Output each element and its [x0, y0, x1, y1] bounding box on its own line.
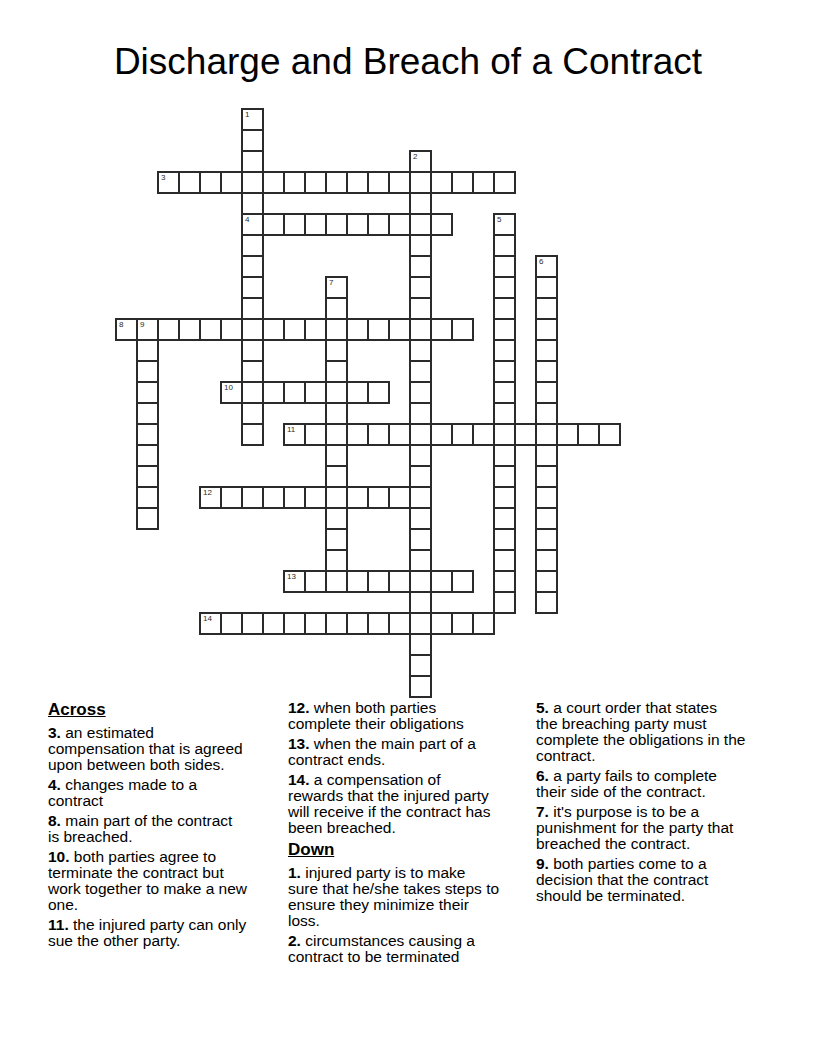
- grid-cell[interactable]: [493, 234, 516, 257]
- grid-cell[interactable]: [493, 465, 516, 488]
- clues-column-down: 5. a court order that states the breachi…: [536, 700, 782, 908]
- grid-cell[interactable]: [535, 360, 558, 383]
- cell-number: 11: [287, 425, 295, 434]
- grid-cell[interactable]: [325, 381, 348, 404]
- grid-cell[interactable]: [283, 612, 306, 635]
- clue-5: 5. a court order that states the breachi…: [536, 700, 782, 764]
- grid-cell[interactable]: [325, 549, 348, 572]
- grid-cell[interactable]: [493, 255, 516, 278]
- grid-cell[interactable]: [451, 612, 474, 635]
- grid-cell[interactable]: [136, 486, 159, 509]
- grid-cell[interactable]: [325, 486, 348, 509]
- grid-cell[interactable]: [577, 423, 600, 446]
- grid-cell[interactable]: [430, 423, 453, 446]
- grid-cell[interactable]: [346, 171, 369, 194]
- clues-heading-across: Across: [48, 700, 282, 719]
- cell-number: 9: [140, 320, 144, 329]
- grid-cell[interactable]: [409, 339, 432, 362]
- grid-cell[interactable]: [304, 171, 327, 194]
- grid-cell[interactable]: [535, 486, 558, 509]
- grid-cell[interactable]: [304, 423, 327, 446]
- grid-cell[interactable]: [136, 381, 159, 404]
- clue-7: 7. it's purpose is to be a punishment fo…: [536, 804, 782, 852]
- clue-number-label: 2.: [288, 932, 301, 949]
- grid-cell[interactable]: [136, 507, 159, 530]
- grid-cell[interactable]: [409, 213, 432, 236]
- grid-cell[interactable]: [493, 507, 516, 530]
- grid-cell[interactable]: [136, 465, 159, 488]
- clue-10: 10. both parties agree to terminate the …: [48, 849, 282, 913]
- grid-cell[interactable]: [325, 360, 348, 383]
- cell-number: 1: [245, 110, 249, 119]
- cell-number: 3: [161, 173, 165, 182]
- grid-cell[interactable]: [136, 402, 159, 425]
- grid-cell[interactable]: [409, 633, 432, 656]
- grid-cell[interactable]: [283, 381, 306, 404]
- grid-cell[interactable]: [409, 171, 432, 194]
- grid-cell[interactable]: [283, 171, 306, 194]
- grid-cell[interactable]: [493, 297, 516, 320]
- clue-number-label: 10.: [48, 848, 70, 865]
- grid-cell[interactable]: [346, 423, 369, 446]
- grid-cell[interactable]: 14: [199, 612, 222, 635]
- grid-cell[interactable]: [493, 318, 516, 341]
- grid-cell[interactable]: [409, 570, 432, 593]
- grid-cell[interactable]: [241, 255, 264, 278]
- grid-cell[interactable]: [430, 318, 453, 341]
- grid-cell[interactable]: [346, 612, 369, 635]
- grid-cell[interactable]: [241, 486, 264, 509]
- grid-cell[interactable]: [199, 318, 222, 341]
- grid-cell[interactable]: [367, 381, 390, 404]
- cell-number: 4: [245, 215, 249, 224]
- grid-cell[interactable]: [451, 423, 474, 446]
- grid-cell[interactable]: [535, 570, 558, 593]
- grid-cell[interactable]: [493, 339, 516, 362]
- grid-cell[interactable]: [388, 171, 411, 194]
- clues-heading-down: Down: [288, 840, 534, 859]
- grid-cell[interactable]: [535, 591, 558, 614]
- grid-cell[interactable]: [262, 213, 285, 236]
- grid-cell[interactable]: [388, 570, 411, 593]
- grid-cell[interactable]: [535, 381, 558, 404]
- grid-cell[interactable]: [493, 444, 516, 467]
- clue-number-label: 13.: [288, 735, 310, 752]
- grid-cell[interactable]: [409, 486, 432, 509]
- grid-cell[interactable]: [535, 402, 558, 425]
- grid-cell[interactable]: [409, 192, 432, 215]
- grid-cell[interactable]: [409, 612, 432, 635]
- clue-number-label: 1.: [288, 864, 301, 881]
- crossword-grid: 1234567891011121314: [115, 108, 622, 699]
- grid-cell[interactable]: [304, 486, 327, 509]
- puzzle-title: Discharge and Breach of a Contract: [0, 41, 816, 83]
- cell-number: 10: [224, 383, 233, 392]
- grid-cell[interactable]: [241, 192, 264, 215]
- grid-cell[interactable]: [367, 171, 390, 194]
- grid-cell[interactable]: [304, 612, 327, 635]
- grid-cell[interactable]: [220, 171, 243, 194]
- clue-number-label: 11.: [48, 916, 69, 933]
- grid-cell[interactable]: [409, 276, 432, 299]
- grid-cell[interactable]: [535, 444, 558, 467]
- grid-cell[interactable]: [262, 318, 285, 341]
- clue-number-label: 4.: [48, 776, 61, 793]
- grid-cell[interactable]: [409, 360, 432, 383]
- grid-cell[interactable]: [535, 528, 558, 551]
- clue-12: 12. when both parties complete their obl…: [288, 700, 534, 732]
- cell-number: 8: [119, 320, 123, 329]
- grid-cell[interactable]: [283, 318, 306, 341]
- cell-number: 13: [287, 572, 296, 581]
- clue-number-label: 14.: [288, 771, 310, 788]
- grid-cell[interactable]: [409, 675, 432, 698]
- grid-cell[interactable]: [325, 318, 348, 341]
- grid-cell[interactable]: 3: [157, 171, 180, 194]
- grid-cell[interactable]: [409, 444, 432, 467]
- clue-number-label: 8.: [48, 812, 61, 829]
- grid-cell[interactable]: 12: [199, 486, 222, 509]
- grid-cell[interactable]: [409, 234, 432, 257]
- clue-2: 2. circumstances causing a contract to b…: [288, 933, 534, 965]
- grid-cell[interactable]: [388, 486, 411, 509]
- clue-11: 11. the injured party can only sue the o…: [48, 917, 282, 949]
- clue-13: 13. when the main part of a contract end…: [288, 736, 534, 768]
- clue-6: 6. a party fails to complete their side …: [536, 768, 782, 800]
- grid-cell[interactable]: [346, 213, 369, 236]
- grid-cell[interactable]: [283, 486, 306, 509]
- grid-cell[interactable]: 11: [283, 423, 306, 446]
- cell-number: 5: [497, 215, 501, 224]
- grid-cell[interactable]: [136, 339, 159, 362]
- grid-cell[interactable]: [493, 171, 516, 194]
- grid-cell[interactable]: [178, 171, 201, 194]
- grid-cell[interactable]: [409, 381, 432, 404]
- clue-number-label: 12.: [288, 699, 310, 716]
- cell-number: 12: [203, 488, 212, 497]
- grid-cell[interactable]: 5: [493, 213, 516, 236]
- grid-cell[interactable]: 10: [220, 381, 243, 404]
- grid-cell[interactable]: [325, 402, 348, 425]
- grid-cell[interactable]: 9: [136, 318, 159, 341]
- grid-cell[interactable]: [262, 486, 285, 509]
- grid-cell[interactable]: [409, 591, 432, 614]
- grid-cell[interactable]: [325, 528, 348, 551]
- grid-cell[interactable]: [409, 654, 432, 677]
- grid-cell[interactable]: [493, 381, 516, 404]
- clue-14: 14. a compensation of rewards that the i…: [288, 772, 534, 836]
- grid-cell[interactable]: [325, 339, 348, 362]
- grid-cell[interactable]: [409, 255, 432, 278]
- grid-cell[interactable]: [241, 150, 264, 173]
- grid-cell[interactable]: [409, 297, 432, 320]
- grid-cell[interactable]: [241, 402, 264, 425]
- grid-cell[interactable]: [409, 549, 432, 572]
- grid-cell[interactable]: [304, 381, 327, 404]
- grid-cell[interactable]: [325, 570, 348, 593]
- grid-cell[interactable]: [367, 612, 390, 635]
- grid-cell[interactable]: [388, 318, 411, 341]
- grid-cell[interactable]: [493, 486, 516, 509]
- clue-number-label: 7.: [536, 803, 549, 820]
- grid-cell[interactable]: [388, 213, 411, 236]
- clue-4: 4. changes made to a contract: [48, 777, 282, 809]
- clue-8: 8. main part of the contract is breached…: [48, 813, 282, 845]
- grid-cell[interactable]: 4: [241, 213, 264, 236]
- grid-cell[interactable]: [241, 276, 264, 299]
- grid-cell[interactable]: 1: [241, 108, 264, 131]
- grid-cell[interactable]: [325, 612, 348, 635]
- grid-cell[interactable]: [241, 360, 264, 383]
- grid-cell[interactable]: [325, 465, 348, 488]
- grid-cell[interactable]: [409, 528, 432, 551]
- grid-cell[interactable]: [241, 339, 264, 362]
- grid-cell[interactable]: [409, 423, 432, 446]
- grid-cell[interactable]: [304, 570, 327, 593]
- grid-cell[interactable]: [451, 171, 474, 194]
- cell-number: 14: [203, 614, 212, 623]
- grid-cell[interactable]: [409, 465, 432, 488]
- grid-cell[interactable]: [241, 381, 264, 404]
- grid-cell[interactable]: [493, 402, 516, 425]
- grid-cell[interactable]: [409, 402, 432, 425]
- grid-cell[interactable]: [346, 318, 369, 341]
- clue-number-label: 3.: [48, 724, 61, 741]
- grid-cell[interactable]: [388, 423, 411, 446]
- grid-cell[interactable]: [535, 297, 558, 320]
- grid-cell[interactable]: [262, 381, 285, 404]
- grid-cell[interactable]: [241, 234, 264, 257]
- grid-cell[interactable]: [325, 444, 348, 467]
- grid-cell[interactable]: [430, 213, 453, 236]
- grid-cell[interactable]: [493, 570, 516, 593]
- grid-cell[interactable]: [241, 612, 264, 635]
- cell-number: 6: [539, 257, 543, 266]
- grid-cell[interactable]: [325, 507, 348, 530]
- clues-column-across: Across3. an estimated compensation that …: [48, 700, 282, 953]
- grid-cell[interactable]: [241, 318, 264, 341]
- grid-cell[interactable]: [430, 612, 453, 635]
- grid-cell[interactable]: [493, 549, 516, 572]
- grid-cell[interactable]: [241, 129, 264, 152]
- grid-cell[interactable]: [472, 612, 495, 635]
- grid-cell[interactable]: [493, 276, 516, 299]
- grid-cell[interactable]: [367, 318, 390, 341]
- grid-cell[interactable]: [409, 507, 432, 530]
- grid-cell[interactable]: [535, 276, 558, 299]
- grid-cell[interactable]: [199, 171, 222, 194]
- grid-cell[interactable]: [388, 612, 411, 635]
- grid-cell[interactable]: [535, 507, 558, 530]
- grid-cell[interactable]: [220, 318, 243, 341]
- grid-cell[interactable]: [514, 423, 537, 446]
- grid-cell[interactable]: [367, 570, 390, 593]
- grid-cell[interactable]: [136, 444, 159, 467]
- grid-cell[interactable]: [493, 423, 516, 446]
- grid-cell[interactable]: [367, 423, 390, 446]
- grid-cell[interactable]: [304, 318, 327, 341]
- grid-cell[interactable]: 13: [283, 570, 306, 593]
- grid-cell[interactable]: [157, 318, 180, 341]
- grid-cell[interactable]: [535, 423, 558, 446]
- cell-number: 2: [413, 152, 417, 161]
- clue-9: 9. both parties come to a decision that …: [536, 856, 782, 904]
- grid-cell[interactable]: [136, 360, 159, 383]
- clues-column-middle: 12. when both parties complete their obl…: [288, 700, 534, 969]
- grid-cell[interactable]: [262, 612, 285, 635]
- grid-cell[interactable]: [367, 213, 390, 236]
- grid-cell[interactable]: [220, 612, 243, 635]
- grid-cell[interactable]: [493, 591, 516, 614]
- grid-cell[interactable]: [346, 486, 369, 509]
- clue-3: 3. an estimated compensation that is agr…: [48, 725, 282, 773]
- grid-cell[interactable]: [535, 339, 558, 362]
- grid-cell[interactable]: [535, 465, 558, 488]
- grid-cell[interactable]: [346, 381, 369, 404]
- grid-cell[interactable]: [535, 549, 558, 572]
- grid-cell[interactable]: [535, 318, 558, 341]
- grid-cell[interactable]: [598, 423, 621, 446]
- grid-cell[interactable]: [220, 486, 243, 509]
- grid-cell[interactable]: [262, 171, 285, 194]
- grid-cell[interactable]: [283, 213, 306, 236]
- grid-cell[interactable]: 7: [325, 276, 348, 299]
- grid-cell[interactable]: [241, 171, 264, 194]
- grid-cell[interactable]: [493, 528, 516, 551]
- grid-cell[interactable]: [325, 423, 348, 446]
- grid-cell[interactable]: [451, 318, 474, 341]
- grid-cell[interactable]: [325, 171, 348, 194]
- grid-cell[interactable]: [409, 318, 432, 341]
- grid-cell[interactable]: [304, 213, 327, 236]
- cell-number: 7: [329, 278, 333, 287]
- grid-cell[interactable]: 2: [409, 150, 432, 173]
- grid-cell[interactable]: [472, 171, 495, 194]
- grid-cell[interactable]: [493, 360, 516, 383]
- grid-cell[interactable]: [325, 297, 348, 320]
- clue-number-label: 5.: [536, 699, 549, 716]
- grid-cell[interactable]: [451, 570, 474, 593]
- grid-cell[interactable]: [367, 486, 390, 509]
- grid-cell[interactable]: [325, 213, 348, 236]
- clue-number-label: 9.: [536, 855, 549, 872]
- page: { "game": "crossword", "title": "Dischar…: [0, 0, 816, 1056]
- grid-cell[interactable]: [346, 570, 369, 593]
- grid-cell[interactable]: 8: [115, 318, 138, 341]
- grid-cell[interactable]: [556, 423, 579, 446]
- clue-number-label: 6.: [536, 767, 549, 784]
- grid-cell[interactable]: 6: [535, 255, 558, 278]
- grid-cell[interactable]: [178, 318, 201, 341]
- grid-cell[interactable]: [241, 297, 264, 320]
- grid-cell[interactable]: [241, 423, 264, 446]
- grid-cell[interactable]: [472, 423, 495, 446]
- grid-cell[interactable]: [136, 423, 159, 446]
- clue-1: 1. injured party is to make sure that he…: [288, 865, 534, 929]
- grid-cell[interactable]: [430, 171, 453, 194]
- grid-cell[interactable]: [430, 570, 453, 593]
